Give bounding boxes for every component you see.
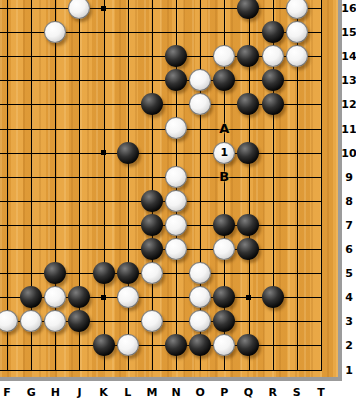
intersection-H16[interactable] bbox=[43, 0, 67, 20]
intersection-Q15[interactable] bbox=[236, 20, 260, 44]
intersection-Q16[interactable] bbox=[236, 0, 260, 20]
intersection-S12[interactable] bbox=[285, 92, 309, 116]
intersection-O13[interactable] bbox=[188, 68, 212, 92]
intersection-M14[interactable] bbox=[140, 44, 164, 68]
column-label-N: N bbox=[171, 386, 180, 399]
intersection-F16[interactable] bbox=[0, 0, 19, 20]
intersection-K14[interactable] bbox=[92, 44, 116, 68]
intersection-Q14[interactable] bbox=[236, 44, 260, 68]
intersection-G13[interactable] bbox=[19, 68, 43, 92]
intersection-R4[interactable] bbox=[260, 285, 284, 309]
intersection-J1[interactable] bbox=[67, 357, 91, 381]
white-stone bbox=[141, 310, 163, 332]
stone-move-number: 1 bbox=[220, 147, 228, 158]
intersection-G11[interactable] bbox=[19, 116, 43, 140]
letter-mark-B: B bbox=[219, 170, 229, 183]
intersection-Q9[interactable] bbox=[236, 165, 260, 189]
black-stone bbox=[68, 286, 90, 308]
intersection-G12[interactable] bbox=[19, 92, 43, 116]
intersection-P14[interactable] bbox=[212, 44, 236, 68]
white-stone bbox=[189, 93, 211, 115]
black-stone bbox=[237, 45, 259, 67]
intersection-O7[interactable] bbox=[188, 213, 212, 237]
black-stone bbox=[141, 190, 163, 212]
black-stone bbox=[93, 262, 115, 284]
intersection-S9[interactable] bbox=[285, 165, 309, 189]
intersection-O14[interactable] bbox=[188, 44, 212, 68]
intersection-H10[interactable] bbox=[43, 141, 67, 165]
row-label-7: 7 bbox=[345, 218, 353, 231]
intersection-S1[interactable] bbox=[285, 357, 309, 381]
intersection-O16[interactable] bbox=[188, 0, 212, 20]
intersection-J10[interactable] bbox=[67, 141, 91, 165]
intersection-Q6[interactable] bbox=[236, 237, 260, 261]
black-stone bbox=[165, 334, 187, 356]
intersection-O9[interactable] bbox=[188, 165, 212, 189]
intersection-M11[interactable] bbox=[140, 116, 164, 140]
intersection-Q3[interactable] bbox=[236, 309, 260, 333]
white-stone bbox=[213, 45, 235, 67]
intersection-F2[interactable] bbox=[0, 333, 19, 357]
intersection-F12[interactable] bbox=[0, 92, 19, 116]
white-stone bbox=[213, 334, 235, 356]
row-label-11: 11 bbox=[341, 122, 356, 135]
intersection-P3[interactable] bbox=[212, 309, 236, 333]
row-label-2: 2 bbox=[345, 339, 353, 352]
intersection-L16[interactable] bbox=[116, 0, 140, 20]
intersection-F15[interactable] bbox=[0, 20, 19, 44]
intersection-H2[interactable] bbox=[43, 333, 67, 357]
intersection-O6[interactable] bbox=[188, 237, 212, 261]
intersection-S5[interactable] bbox=[285, 261, 309, 285]
intersection-K8[interactable] bbox=[92, 189, 116, 213]
intersection-M1[interactable] bbox=[140, 357, 164, 381]
intersection-T8[interactable] bbox=[309, 189, 333, 213]
black-stone bbox=[44, 262, 66, 284]
column-label-J: J bbox=[77, 386, 81, 399]
intersection-Q12[interactable] bbox=[236, 92, 260, 116]
white-stone bbox=[117, 334, 139, 356]
intersection-G16[interactable] bbox=[19, 0, 43, 20]
intersection-P7[interactable] bbox=[212, 213, 236, 237]
intersection-P15[interactable] bbox=[212, 20, 236, 44]
intersection-J14[interactable] bbox=[67, 44, 91, 68]
intersection-M7[interactable] bbox=[140, 213, 164, 237]
intersection-J11[interactable] bbox=[67, 116, 91, 140]
intersection-L11[interactable] bbox=[116, 116, 140, 140]
intersection-J15[interactable] bbox=[67, 20, 91, 44]
intersection-F7[interactable] bbox=[0, 213, 19, 237]
intersection-T9[interactable] bbox=[309, 165, 333, 189]
intersection-L9[interactable] bbox=[116, 165, 140, 189]
black-stone bbox=[93, 334, 115, 356]
intersection-N7[interactable] bbox=[164, 213, 188, 237]
intersection-K5[interactable] bbox=[92, 261, 116, 285]
intersection-J12[interactable] bbox=[67, 92, 91, 116]
intersection-J5[interactable] bbox=[67, 261, 91, 285]
intersection-P4[interactable] bbox=[212, 285, 236, 309]
intersection-N9[interactable] bbox=[164, 165, 188, 189]
row-label-5: 5 bbox=[345, 267, 353, 280]
intersection-N12[interactable] bbox=[164, 92, 188, 116]
white-stone bbox=[165, 117, 187, 139]
intersection-T3[interactable] bbox=[309, 309, 333, 333]
black-stone bbox=[189, 334, 211, 356]
intersection-O3[interactable] bbox=[188, 309, 212, 333]
intersection-R14[interactable] bbox=[260, 44, 284, 68]
intersection-N14[interactable] bbox=[164, 44, 188, 68]
white-stone bbox=[117, 286, 139, 308]
intersection-J9[interactable] bbox=[67, 165, 91, 189]
intersection-R16[interactable] bbox=[260, 0, 284, 20]
intersection-Q1[interactable] bbox=[236, 357, 260, 381]
intersection-H14[interactable] bbox=[43, 44, 67, 68]
black-stone bbox=[141, 238, 163, 260]
intersection-H11[interactable] bbox=[43, 116, 67, 140]
black-stone bbox=[213, 286, 235, 308]
intersection-T15[interactable] bbox=[309, 20, 333, 44]
intersection-G4[interactable] bbox=[19, 285, 43, 309]
intersection-F5[interactable] bbox=[0, 261, 19, 285]
intersection-K4[interactable] bbox=[92, 285, 116, 309]
intersection-P2[interactable] bbox=[212, 333, 236, 357]
intersection-S13[interactable] bbox=[285, 68, 309, 92]
intersection-T16[interactable] bbox=[309, 0, 333, 20]
intersection-S7[interactable] bbox=[285, 213, 309, 237]
intersection-Q2[interactable] bbox=[236, 333, 260, 357]
intersection-O8[interactable] bbox=[188, 189, 212, 213]
black-stone bbox=[117, 142, 139, 164]
intersection-T2[interactable] bbox=[309, 333, 333, 357]
white-stone bbox=[189, 310, 211, 332]
intersection-K7[interactable] bbox=[92, 213, 116, 237]
intersection-F3[interactable] bbox=[0, 309, 19, 333]
black-stone bbox=[165, 69, 187, 91]
intersection-J4[interactable] bbox=[67, 285, 91, 309]
intersection-P16[interactable] bbox=[212, 0, 236, 20]
intersection-G1[interactable] bbox=[19, 357, 43, 381]
intersection-P11[interactable]: A bbox=[212, 116, 236, 140]
intersection-R9[interactable] bbox=[260, 165, 284, 189]
intersection-G5[interactable] bbox=[19, 261, 43, 285]
intersection-J2[interactable] bbox=[67, 333, 91, 357]
row-label-10: 10 bbox=[341, 146, 356, 159]
intersection-O12[interactable] bbox=[188, 92, 212, 116]
intersection-F10[interactable] bbox=[0, 141, 19, 165]
row-label-9: 9 bbox=[345, 170, 353, 183]
intersection-L14[interactable] bbox=[116, 44, 140, 68]
intersection-T10[interactable] bbox=[309, 141, 333, 165]
intersection-T7[interactable] bbox=[309, 213, 333, 237]
intersection-K16[interactable] bbox=[92, 0, 116, 20]
white-stone bbox=[165, 214, 187, 236]
intersection-T1[interactable] bbox=[309, 357, 333, 381]
intersection-T14[interactable] bbox=[309, 44, 333, 68]
intersection-T13[interactable] bbox=[309, 68, 333, 92]
intersection-H9[interactable] bbox=[43, 165, 67, 189]
intersection-R12[interactable] bbox=[260, 92, 284, 116]
intersection-R11[interactable] bbox=[260, 116, 284, 140]
intersection-M12[interactable] bbox=[140, 92, 164, 116]
intersection-M5[interactable] bbox=[140, 261, 164, 285]
intersection-H1[interactable] bbox=[43, 357, 67, 381]
intersection-S6[interactable] bbox=[285, 237, 309, 261]
intersection-J13[interactable] bbox=[67, 68, 91, 92]
intersection-R7[interactable] bbox=[260, 213, 284, 237]
intersection-S3[interactable] bbox=[285, 309, 309, 333]
intersection-S2[interactable] bbox=[285, 333, 309, 357]
white-stone bbox=[262, 45, 284, 67]
intersection-O10[interactable] bbox=[188, 141, 212, 165]
white-stone bbox=[165, 190, 187, 212]
intersection-N6[interactable] bbox=[164, 237, 188, 261]
intersection-L2[interactable] bbox=[116, 333, 140, 357]
intersection-L10[interactable] bbox=[116, 141, 140, 165]
intersection-R3[interactable] bbox=[260, 309, 284, 333]
intersection-K1[interactable] bbox=[92, 357, 116, 381]
intersection-F1[interactable] bbox=[0, 357, 19, 381]
intersection-H3[interactable] bbox=[43, 309, 67, 333]
intersection-P1[interactable] bbox=[212, 357, 236, 381]
intersection-L13[interactable] bbox=[116, 68, 140, 92]
intersection-H5[interactable] bbox=[43, 261, 67, 285]
intersection-L6[interactable] bbox=[116, 237, 140, 261]
intersection-S16[interactable] bbox=[285, 0, 309, 20]
row-label-13: 13 bbox=[341, 74, 356, 87]
white-stone bbox=[20, 310, 42, 332]
intersection-G8[interactable] bbox=[19, 189, 43, 213]
intersection-H7[interactable] bbox=[43, 213, 67, 237]
intersection-G6[interactable] bbox=[19, 237, 43, 261]
column-label-F: F bbox=[3, 386, 11, 399]
intersection-M15[interactable] bbox=[140, 20, 164, 44]
intersection-O11[interactable] bbox=[188, 116, 212, 140]
intersection-T6[interactable] bbox=[309, 237, 333, 261]
intersection-F14[interactable] bbox=[0, 44, 19, 68]
intersection-O4[interactable] bbox=[188, 285, 212, 309]
intersection-Q13[interactable] bbox=[236, 68, 260, 92]
intersection-J16[interactable] bbox=[67, 0, 91, 20]
intersection-Q10[interactable] bbox=[236, 141, 260, 165]
intersection-R8[interactable] bbox=[260, 189, 284, 213]
intersection-N11[interactable] bbox=[164, 116, 188, 140]
intersection-P6[interactable] bbox=[212, 237, 236, 261]
intersection-S15[interactable] bbox=[285, 20, 309, 44]
intersection-Q11[interactable] bbox=[236, 116, 260, 140]
intersection-N4[interactable] bbox=[164, 285, 188, 309]
black-stone bbox=[68, 310, 90, 332]
black-stone bbox=[237, 0, 259, 19]
intersection-M3[interactable] bbox=[140, 309, 164, 333]
intersection-K2[interactable] bbox=[92, 333, 116, 357]
white-stone bbox=[44, 286, 66, 308]
star-point bbox=[101, 150, 106, 155]
white-stone bbox=[189, 286, 211, 308]
intersection-J6[interactable] bbox=[67, 237, 91, 261]
column-label-H: H bbox=[51, 386, 60, 399]
star-point bbox=[101, 6, 106, 11]
intersection-F8[interactable] bbox=[0, 189, 19, 213]
intersection-L1[interactable] bbox=[116, 357, 140, 381]
column-label-G: G bbox=[27, 386, 36, 399]
black-stone bbox=[237, 238, 259, 260]
intersection-K6[interactable] bbox=[92, 237, 116, 261]
intersection-S14[interactable] bbox=[285, 44, 309, 68]
white-stone bbox=[44, 310, 66, 332]
intersection-H13[interactable] bbox=[43, 68, 67, 92]
column-label-M: M bbox=[146, 386, 157, 399]
intersection-G7[interactable] bbox=[19, 213, 43, 237]
intersection-R6[interactable] bbox=[260, 237, 284, 261]
intersection-O15[interactable] bbox=[188, 20, 212, 44]
white-stone bbox=[286, 21, 308, 43]
black-stone bbox=[262, 21, 284, 43]
intersection-T4[interactable] bbox=[309, 285, 333, 309]
intersection-F6[interactable] bbox=[0, 237, 19, 261]
intersection-T12[interactable] bbox=[309, 92, 333, 116]
intersection-S4[interactable] bbox=[285, 285, 309, 309]
intersection-K3[interactable] bbox=[92, 309, 116, 333]
black-stone bbox=[213, 214, 235, 236]
intersection-G9[interactable] bbox=[19, 165, 43, 189]
intersection-H6[interactable] bbox=[43, 237, 67, 261]
intersection-N8[interactable] bbox=[164, 189, 188, 213]
intersection-L8[interactable] bbox=[116, 189, 140, 213]
intersection-S8[interactable] bbox=[285, 189, 309, 213]
intersection-N16[interactable] bbox=[164, 0, 188, 20]
letter-mark-A: A bbox=[219, 122, 229, 135]
intersection-M6[interactable] bbox=[140, 237, 164, 261]
intersection-O2[interactable] bbox=[188, 333, 212, 357]
intersection-H8[interactable] bbox=[43, 189, 67, 213]
intersection-G14[interactable] bbox=[19, 44, 43, 68]
intersection-N5[interactable] bbox=[164, 261, 188, 285]
intersection-L4[interactable] bbox=[116, 285, 140, 309]
intersection-P13[interactable] bbox=[212, 68, 236, 92]
intersection-N10[interactable] bbox=[164, 141, 188, 165]
intersection-R13[interactable] bbox=[260, 68, 284, 92]
black-stone bbox=[262, 93, 284, 115]
column-label-S: S bbox=[293, 386, 301, 399]
intersection-P12[interactable] bbox=[212, 92, 236, 116]
intersection-H12[interactable] bbox=[43, 92, 67, 116]
white-stone bbox=[165, 166, 187, 188]
black-stone bbox=[262, 286, 284, 308]
go-board: A1B bbox=[0, 0, 342, 381]
black-stone bbox=[237, 214, 259, 236]
black-stone bbox=[165, 45, 187, 67]
intersection-L12[interactable] bbox=[116, 92, 140, 116]
star-point bbox=[101, 295, 106, 300]
intersection-G2[interactable] bbox=[19, 333, 43, 357]
black-stone bbox=[262, 69, 284, 91]
intersection-F11[interactable] bbox=[0, 116, 19, 140]
intersection-H4[interactable] bbox=[43, 285, 67, 309]
intersection-L7[interactable] bbox=[116, 213, 140, 237]
intersection-M8[interactable] bbox=[140, 189, 164, 213]
row-label-14: 14 bbox=[341, 50, 356, 63]
intersection-L15[interactable] bbox=[116, 20, 140, 44]
intersection-Q7[interactable] bbox=[236, 213, 260, 237]
intersection-M16[interactable] bbox=[140, 0, 164, 20]
intersection-J3[interactable] bbox=[67, 309, 91, 333]
intersection-M9[interactable] bbox=[140, 165, 164, 189]
row-label-6: 6 bbox=[345, 243, 353, 256]
intersection-G10[interactable] bbox=[19, 141, 43, 165]
intersection-K10[interactable] bbox=[92, 141, 116, 165]
intersection-T11[interactable] bbox=[309, 116, 333, 140]
intersection-R2[interactable] bbox=[260, 333, 284, 357]
intersection-J7[interactable] bbox=[67, 213, 91, 237]
black-stone bbox=[20, 286, 42, 308]
intersection-M2[interactable] bbox=[140, 333, 164, 357]
intersection-F13[interactable] bbox=[0, 68, 19, 92]
intersection-N1[interactable] bbox=[164, 357, 188, 381]
intersection-R15[interactable] bbox=[260, 20, 284, 44]
intersection-R5[interactable] bbox=[260, 261, 284, 285]
intersection-M10[interactable] bbox=[140, 141, 164, 165]
intersection-Q5[interactable] bbox=[236, 261, 260, 285]
intersection-R1[interactable] bbox=[260, 357, 284, 381]
white-stone: 1 bbox=[213, 142, 235, 164]
intersection-Q8[interactable] bbox=[236, 189, 260, 213]
intersection-F9[interactable] bbox=[0, 165, 19, 189]
intersection-F4[interactable] bbox=[0, 285, 19, 309]
black-stone bbox=[141, 93, 163, 115]
intersection-M4[interactable] bbox=[140, 285, 164, 309]
intersection-L5[interactable] bbox=[116, 261, 140, 285]
intersection-H15[interactable] bbox=[43, 20, 67, 44]
intersection-L3[interactable] bbox=[116, 309, 140, 333]
column-label-O: O bbox=[196, 386, 205, 399]
intersection-G15[interactable] bbox=[19, 20, 43, 44]
intersection-K13[interactable] bbox=[92, 68, 116, 92]
intersection-N13[interactable] bbox=[164, 68, 188, 92]
column-label-L: L bbox=[124, 386, 131, 399]
intersection-K12[interactable] bbox=[92, 92, 116, 116]
intersection-O1[interactable] bbox=[188, 357, 212, 381]
intersection-P8[interactable] bbox=[212, 189, 236, 213]
intersection-O5[interactable] bbox=[188, 261, 212, 285]
row-label-1: 1 bbox=[345, 363, 353, 376]
intersection-N2[interactable] bbox=[164, 333, 188, 357]
intersection-S10[interactable] bbox=[285, 141, 309, 165]
intersection-P10[interactable]: 1 bbox=[212, 141, 236, 165]
intersection-Q4[interactable] bbox=[236, 285, 260, 309]
intersection-J8[interactable] bbox=[67, 189, 91, 213]
intersection-P5[interactable] bbox=[212, 261, 236, 285]
column-label-T: T bbox=[317, 386, 325, 399]
intersection-N15[interactable] bbox=[164, 20, 188, 44]
intersection-K9[interactable] bbox=[92, 165, 116, 189]
white-stone bbox=[68, 0, 90, 19]
intersection-R10[interactable] bbox=[260, 141, 284, 165]
intersection-T5[interactable] bbox=[309, 261, 333, 285]
intersection-N3[interactable] bbox=[164, 309, 188, 333]
column-label-K: K bbox=[99, 386, 108, 399]
white-stone bbox=[286, 45, 308, 67]
intersection-G3[interactable] bbox=[19, 309, 43, 333]
intersection-M13[interactable] bbox=[140, 68, 164, 92]
row-label-4: 4 bbox=[345, 291, 353, 304]
intersection-S11[interactable] bbox=[285, 116, 309, 140]
intersection-K11[interactable] bbox=[92, 116, 116, 140]
intersection-P9[interactable]: B bbox=[212, 165, 236, 189]
white-stone bbox=[286, 0, 308, 19]
intersection-K15[interactable] bbox=[92, 20, 116, 44]
black-stone bbox=[237, 93, 259, 115]
row-label-12: 12 bbox=[341, 98, 356, 111]
